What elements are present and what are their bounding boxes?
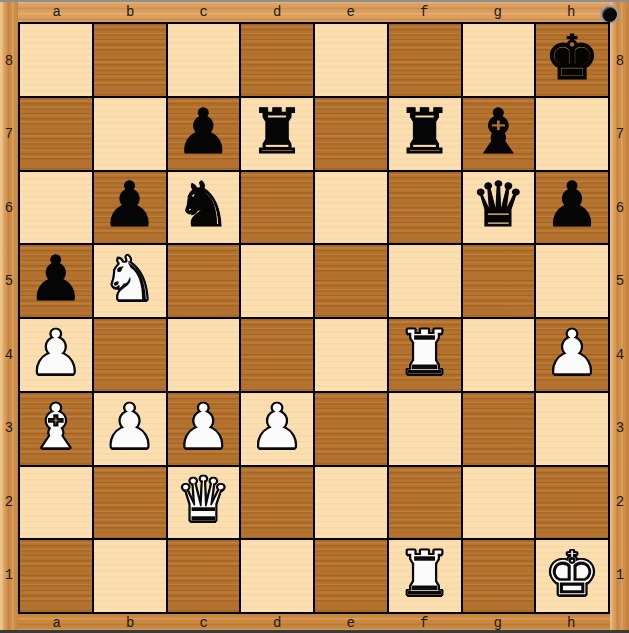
square-d4[interactable] xyxy=(241,319,313,391)
square-c1[interactable] xyxy=(168,540,240,612)
square-c8[interactable] xyxy=(168,24,240,96)
square-h4[interactable]: ♟ xyxy=(536,319,608,391)
piece-black-queen[interactable]: ♛ xyxy=(471,174,527,236)
square-g2[interactable] xyxy=(463,467,535,539)
square-g8[interactable] xyxy=(463,24,535,96)
file-label-a: a xyxy=(20,3,94,21)
square-a7[interactable] xyxy=(20,98,92,170)
piece-white-rook[interactable]: ♜ xyxy=(397,322,453,384)
square-e1[interactable] xyxy=(315,540,387,612)
file-labels-bottom: abcdefgh xyxy=(20,614,608,632)
rank-label-2: 2 xyxy=(611,465,629,539)
square-g7[interactable]: ♝ xyxy=(463,98,535,170)
rank-labels-left: 87654321 xyxy=(0,24,18,612)
square-h7[interactable] xyxy=(536,98,608,170)
square-h5[interactable] xyxy=(536,245,608,317)
square-c6[interactable]: ♞ xyxy=(168,172,240,244)
square-b6[interactable]: ♟ xyxy=(94,172,166,244)
piece-black-knight[interactable]: ♞ xyxy=(176,174,232,236)
rank-label-7: 7 xyxy=(611,98,629,172)
square-c2[interactable]: ♛ xyxy=(168,467,240,539)
square-f5[interactable] xyxy=(389,245,461,317)
square-d1[interactable] xyxy=(241,540,313,612)
rank-label-1: 1 xyxy=(0,539,18,613)
square-f6[interactable] xyxy=(389,172,461,244)
file-labels-top: abcdefgh xyxy=(20,3,608,21)
square-e3[interactable] xyxy=(315,393,387,465)
square-c4[interactable] xyxy=(168,319,240,391)
rank-label-3: 3 xyxy=(0,392,18,466)
rank-label-4: 4 xyxy=(611,318,629,392)
square-a4[interactable]: ♟ xyxy=(20,319,92,391)
rank-label-3: 3 xyxy=(611,392,629,466)
square-a1[interactable] xyxy=(20,540,92,612)
piece-white-pawn[interactable]: ♟ xyxy=(249,396,305,458)
square-e8[interactable] xyxy=(315,24,387,96)
square-a6[interactable] xyxy=(20,172,92,244)
piece-black-rook[interactable]: ♜ xyxy=(397,101,453,163)
rank-label-1: 1 xyxy=(611,539,629,613)
rank-label-6: 6 xyxy=(0,171,18,245)
square-d6[interactable] xyxy=(241,172,313,244)
square-f8[interactable] xyxy=(389,24,461,96)
rank-label-2: 2 xyxy=(0,465,18,539)
square-g5[interactable] xyxy=(463,245,535,317)
piece-white-pawn[interactable]: ♟ xyxy=(544,322,600,384)
square-b4[interactable] xyxy=(94,319,166,391)
file-label-b: b xyxy=(94,3,168,21)
square-b8[interactable] xyxy=(94,24,166,96)
square-g1[interactable] xyxy=(463,540,535,612)
piece-white-rook[interactable]: ♜ xyxy=(397,543,453,605)
chess-board: ♚♟♜♜♝♟♞♛♟♟♞♟♜♟♝♟♟♟♛♜♚ xyxy=(18,22,610,614)
piece-white-king[interactable]: ♚ xyxy=(544,543,600,605)
rank-labels-right: 87654321 xyxy=(611,24,629,612)
rank-label-5: 5 xyxy=(611,245,629,319)
square-d3[interactable]: ♟ xyxy=(241,393,313,465)
piece-white-knight[interactable]: ♞ xyxy=(102,248,158,310)
file-label-a: a xyxy=(20,614,94,632)
square-e6[interactable] xyxy=(315,172,387,244)
piece-black-pawn[interactable]: ♟ xyxy=(176,101,232,163)
piece-black-pawn[interactable]: ♟ xyxy=(544,174,600,236)
square-e5[interactable] xyxy=(315,245,387,317)
square-a3[interactable]: ♝ xyxy=(20,393,92,465)
file-label-g: g xyxy=(461,614,535,632)
piece-white-bishop[interactable]: ♝ xyxy=(28,396,84,458)
rank-label-6: 6 xyxy=(611,171,629,245)
file-label-e: e xyxy=(314,614,388,632)
piece-black-rook[interactable]: ♜ xyxy=(249,101,305,163)
square-e7[interactable] xyxy=(315,98,387,170)
square-d5[interactable] xyxy=(241,245,313,317)
square-f7[interactable]: ♜ xyxy=(389,98,461,170)
square-b3[interactable]: ♟ xyxy=(94,393,166,465)
square-e4[interactable] xyxy=(315,319,387,391)
square-f3[interactable] xyxy=(389,393,461,465)
chess-board-window: abcdefgh abcdefgh 87654321 87654321 ♚♟♜♜… xyxy=(0,0,629,633)
square-d8[interactable] xyxy=(241,24,313,96)
square-g4[interactable] xyxy=(463,319,535,391)
piece-white-pawn[interactable]: ♟ xyxy=(28,322,84,384)
square-g6[interactable]: ♛ xyxy=(463,172,535,244)
file-label-c: c xyxy=(167,614,241,632)
square-c3[interactable]: ♟ xyxy=(168,393,240,465)
square-b5[interactable]: ♞ xyxy=(94,245,166,317)
piece-white-pawn[interactable]: ♟ xyxy=(176,396,232,458)
piece-black-pawn[interactable]: ♟ xyxy=(28,248,84,310)
square-a8[interactable] xyxy=(20,24,92,96)
square-b2[interactable] xyxy=(94,467,166,539)
square-b7[interactable] xyxy=(94,98,166,170)
square-f1[interactable]: ♜ xyxy=(389,540,461,612)
square-f4[interactable]: ♜ xyxy=(389,319,461,391)
file-label-b: b xyxy=(94,614,168,632)
square-h2[interactable] xyxy=(536,467,608,539)
file-label-f: f xyxy=(388,3,462,21)
square-c5[interactable] xyxy=(168,245,240,317)
file-label-g: g xyxy=(461,3,535,21)
square-d2[interactable] xyxy=(241,467,313,539)
file-label-d: d xyxy=(241,614,315,632)
rank-label-8: 8 xyxy=(0,24,18,98)
file-label-c: c xyxy=(167,3,241,21)
square-a5[interactable]: ♟ xyxy=(20,245,92,317)
piece-black-pawn[interactable]: ♟ xyxy=(102,174,158,236)
piece-black-king[interactable]: ♚ xyxy=(544,27,600,89)
square-b1[interactable] xyxy=(94,540,166,612)
piece-white-queen[interactable]: ♛ xyxy=(176,469,232,531)
file-label-h: h xyxy=(535,3,609,21)
square-h6[interactable]: ♟ xyxy=(536,172,608,244)
piece-white-pawn[interactable]: ♟ xyxy=(102,396,158,458)
rank-label-5: 5 xyxy=(0,245,18,319)
square-h3[interactable] xyxy=(536,393,608,465)
rank-label-7: 7 xyxy=(0,98,18,172)
square-g3[interactable] xyxy=(463,393,535,465)
square-f2[interactable] xyxy=(389,467,461,539)
square-h1[interactable]: ♚ xyxy=(536,540,608,612)
square-a2[interactable] xyxy=(20,467,92,539)
square-h8[interactable]: ♚ xyxy=(536,24,608,96)
square-c7[interactable]: ♟ xyxy=(168,98,240,170)
file-label-f: f xyxy=(388,614,462,632)
file-label-e: e xyxy=(314,3,388,21)
square-e2[interactable] xyxy=(315,467,387,539)
rank-label-4: 4 xyxy=(0,318,18,392)
file-label-d: d xyxy=(241,3,315,21)
square-d7[interactable]: ♜ xyxy=(241,98,313,170)
file-label-h: h xyxy=(535,614,609,632)
rank-label-8: 8 xyxy=(611,24,629,98)
piece-black-bishop[interactable]: ♝ xyxy=(471,101,527,163)
